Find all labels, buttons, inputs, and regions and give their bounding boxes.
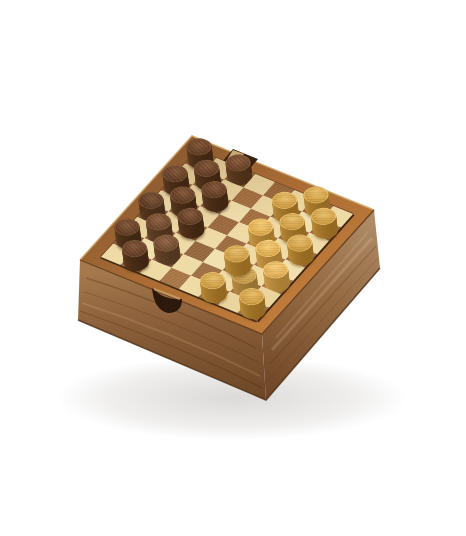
product-photo-checkers-box [0,0,466,536]
